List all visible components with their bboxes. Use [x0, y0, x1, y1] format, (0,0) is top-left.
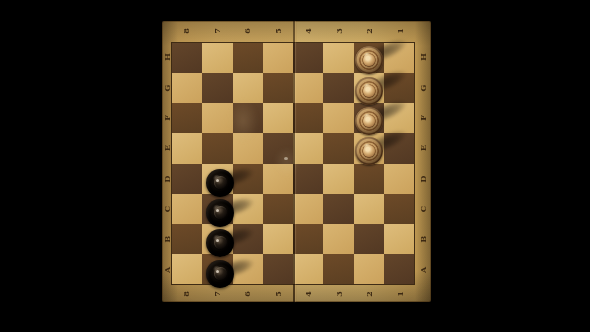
square-c1[interactable] — [384, 194, 414, 224]
square-h8[interactable] — [172, 43, 202, 73]
square-b5[interactable] — [263, 224, 293, 254]
square-d2[interactable] — [354, 164, 384, 194]
square-g5[interactable] — [263, 73, 293, 103]
rank-label-top-8: 8 — [180, 25, 192, 37]
square-g4[interactable] — [293, 73, 323, 103]
square-a3[interactable] — [323, 254, 353, 284]
black-pawn-top-view — [206, 260, 234, 288]
white-pawn-h2[interactable]: ♙ — [355, 46, 383, 74]
file-label-right-D: D — [417, 173, 429, 185]
stage: 8765432187654321HGFEDCBAHGFEDCBA ♟♟♟♟♙♙♙… — [0, 0, 590, 332]
rank-label-top-4: 4 — [302, 25, 314, 37]
square-h7[interactable] — [202, 43, 232, 73]
square-h6[interactable] — [233, 43, 263, 73]
file-label-left-C: C — [161, 203, 173, 215]
rank-label-bottom-6: 6 — [241, 288, 253, 300]
square-d3[interactable] — [323, 164, 353, 194]
square-c8[interactable] — [172, 194, 202, 224]
black-pawn-b7[interactable]: ♟ — [206, 229, 234, 257]
rank-label-bottom-8: 8 — [180, 288, 192, 300]
file-label-left-F: F — [161, 112, 173, 124]
square-f6[interactable] — [233, 103, 263, 133]
square-e4[interactable] — [293, 133, 323, 163]
square-h5[interactable] — [263, 43, 293, 73]
rank-label-bottom-1: 1 — [394, 288, 406, 300]
black-pawn-top-view — [206, 229, 234, 257]
file-label-left-E: E — [161, 142, 173, 154]
square-f3[interactable] — [323, 103, 353, 133]
square-e6[interactable] — [233, 133, 263, 163]
square-h4[interactable] — [293, 43, 323, 73]
chessboard: 8765432187654321HGFEDCBAHGFEDCBA ♟♟♟♟♙♙♙… — [162, 21, 431, 302]
file-label-right-A: A — [417, 264, 429, 276]
square-a1[interactable] — [384, 254, 414, 284]
file-label-right-F: F — [417, 112, 429, 124]
square-e7[interactable] — [202, 133, 232, 163]
square-g3[interactable] — [323, 73, 353, 103]
square-d5[interactable] — [263, 164, 293, 194]
black-pawn-a7[interactable]: ♟ — [206, 260, 234, 288]
file-label-left-G: G — [161, 82, 173, 94]
square-d1[interactable] — [384, 164, 414, 194]
file-label-right-C: C — [417, 203, 429, 215]
rank-label-bottom-5: 5 — [272, 288, 284, 300]
rank-label-top-3: 3 — [333, 25, 345, 37]
file-label-left-B: B — [161, 233, 173, 245]
white-pawn-top-view — [355, 46, 383, 74]
square-c5[interactable] — [263, 194, 293, 224]
file-label-left-A: A — [161, 264, 173, 276]
rank-label-bottom-3: 3 — [333, 288, 345, 300]
square-e8[interactable] — [172, 133, 202, 163]
square-a8[interactable] — [172, 254, 202, 284]
white-pawn-f2[interactable]: ♙ — [355, 107, 383, 135]
white-pawn-top-view — [355, 137, 383, 165]
black-pawn-top-view — [206, 169, 234, 197]
square-b3[interactable] — [323, 224, 353, 254]
square-e3[interactable] — [323, 133, 353, 163]
rank-label-bottom-7: 7 — [211, 288, 223, 300]
square-h3[interactable] — [323, 43, 353, 73]
rank-label-top-6: 6 — [241, 25, 253, 37]
file-label-right-E: E — [417, 142, 429, 154]
white-pawn-top-view — [355, 107, 383, 135]
hinge-seam — [293, 21, 295, 302]
square-d4[interactable] — [293, 164, 323, 194]
square-a2[interactable] — [354, 254, 384, 284]
square-a5[interactable] — [263, 254, 293, 284]
square-b2[interactable] — [354, 224, 384, 254]
rank-label-bottom-2: 2 — [363, 288, 375, 300]
white-pawn-top-view — [355, 77, 383, 105]
square-e5[interactable] — [263, 133, 293, 163]
square-g7[interactable] — [202, 73, 232, 103]
square-f8[interactable] — [172, 103, 202, 133]
square-f4[interactable] — [293, 103, 323, 133]
rank-label-top-2: 2 — [363, 25, 375, 37]
rank-label-top-1: 1 — [394, 25, 406, 37]
file-label-left-D: D — [161, 173, 173, 185]
rank-label-top-7: 7 — [211, 25, 223, 37]
file-label-right-B: B — [417, 233, 429, 245]
square-b1[interactable] — [384, 224, 414, 254]
square-f5[interactable] — [263, 103, 293, 133]
white-pawn-g2[interactable]: ♙ — [355, 77, 383, 105]
black-pawn-d7[interactable]: ♟ — [206, 169, 234, 197]
rank-label-top-5: 5 — [272, 25, 284, 37]
file-label-right-G: G — [417, 82, 429, 94]
file-label-left-H: H — [161, 51, 173, 63]
black-pawn-top-view — [206, 199, 234, 227]
square-d8[interactable] — [172, 164, 202, 194]
square-g6[interactable] — [233, 73, 263, 103]
square-a4[interactable] — [293, 254, 323, 284]
white-pawn-e2[interactable]: ♙ — [355, 137, 383, 165]
black-pawn-c7[interactable]: ♟ — [206, 199, 234, 227]
square-g8[interactable] — [172, 73, 202, 103]
rank-label-bottom-4: 4 — [302, 288, 314, 300]
square-c3[interactable] — [323, 194, 353, 224]
file-label-right-H: H — [417, 51, 429, 63]
square-c2[interactable] — [354, 194, 384, 224]
square-b4[interactable] — [293, 224, 323, 254]
square-f7[interactable] — [202, 103, 232, 133]
square-c4[interactable] — [293, 194, 323, 224]
square-b8[interactable] — [172, 224, 202, 254]
